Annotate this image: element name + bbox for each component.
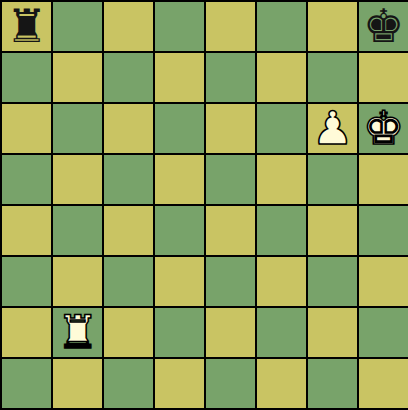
- square-h3[interactable]: [359, 257, 408, 306]
- square-g6[interactable]: ♟: [308, 104, 357, 153]
- square-f2[interactable]: [257, 308, 306, 357]
- square-g7[interactable]: [308, 53, 357, 102]
- white-king[interactable]: ♚: [363, 105, 404, 151]
- square-g5[interactable]: [308, 155, 357, 204]
- square-b4[interactable]: [53, 206, 102, 255]
- square-f5[interactable]: [257, 155, 306, 204]
- square-d4[interactable]: [155, 206, 204, 255]
- square-a1[interactable]: [2, 359, 51, 408]
- square-a8[interactable]: ♜: [2, 2, 51, 51]
- square-e5[interactable]: [206, 155, 255, 204]
- square-b1[interactable]: [53, 359, 102, 408]
- black-king[interactable]: ♚: [363, 3, 404, 49]
- square-f3[interactable]: [257, 257, 306, 306]
- square-b7[interactable]: [53, 53, 102, 102]
- square-f1[interactable]: [257, 359, 306, 408]
- square-c6[interactable]: [104, 104, 153, 153]
- square-e1[interactable]: [206, 359, 255, 408]
- square-f4[interactable]: [257, 206, 306, 255]
- square-d5[interactable]: [155, 155, 204, 204]
- square-h7[interactable]: [359, 53, 408, 102]
- square-c4[interactable]: [104, 206, 153, 255]
- square-f7[interactable]: [257, 53, 306, 102]
- square-e6[interactable]: [206, 104, 255, 153]
- square-e2[interactable]: [206, 308, 255, 357]
- black-rook[interactable]: ♜: [6, 3, 47, 49]
- square-d3[interactable]: [155, 257, 204, 306]
- square-b2[interactable]: ♜: [53, 308, 102, 357]
- square-h6[interactable]: ♚: [359, 104, 408, 153]
- square-a5[interactable]: [2, 155, 51, 204]
- square-a7[interactable]: [2, 53, 51, 102]
- square-b5[interactable]: [53, 155, 102, 204]
- square-f8[interactable]: [257, 2, 306, 51]
- white-pawn[interactable]: ♟: [312, 105, 353, 151]
- square-c7[interactable]: [104, 53, 153, 102]
- square-f6[interactable]: [257, 104, 306, 153]
- square-c8[interactable]: [104, 2, 153, 51]
- square-h4[interactable]: [359, 206, 408, 255]
- square-d8[interactable]: [155, 2, 204, 51]
- square-e3[interactable]: [206, 257, 255, 306]
- square-a3[interactable]: [2, 257, 51, 306]
- chess-board: ♜♚♟♚♜: [0, 0, 408, 410]
- square-c3[interactable]: [104, 257, 153, 306]
- square-c2[interactable]: [104, 308, 153, 357]
- square-d6[interactable]: [155, 104, 204, 153]
- square-g1[interactable]: [308, 359, 357, 408]
- square-h5[interactable]: [359, 155, 408, 204]
- square-h8[interactable]: ♚: [359, 2, 408, 51]
- square-g2[interactable]: [308, 308, 357, 357]
- square-a4[interactable]: [2, 206, 51, 255]
- square-g4[interactable]: [308, 206, 357, 255]
- square-d1[interactable]: [155, 359, 204, 408]
- square-a6[interactable]: [2, 104, 51, 153]
- square-g8[interactable]: [308, 2, 357, 51]
- white-rook[interactable]: ♜: [57, 309, 98, 355]
- square-d2[interactable]: [155, 308, 204, 357]
- square-h1[interactable]: [359, 359, 408, 408]
- square-e4[interactable]: [206, 206, 255, 255]
- chess-board-grid: ♜♚♟♚♜: [2, 2, 408, 408]
- square-e7[interactable]: [206, 53, 255, 102]
- square-b8[interactable]: [53, 2, 102, 51]
- square-c1[interactable]: [104, 359, 153, 408]
- square-g3[interactable]: [308, 257, 357, 306]
- square-d7[interactable]: [155, 53, 204, 102]
- square-c5[interactable]: [104, 155, 153, 204]
- square-b6[interactable]: [53, 104, 102, 153]
- square-a2[interactable]: [2, 308, 51, 357]
- square-b3[interactable]: [53, 257, 102, 306]
- square-e8[interactable]: [206, 2, 255, 51]
- square-h2[interactable]: [359, 308, 408, 357]
